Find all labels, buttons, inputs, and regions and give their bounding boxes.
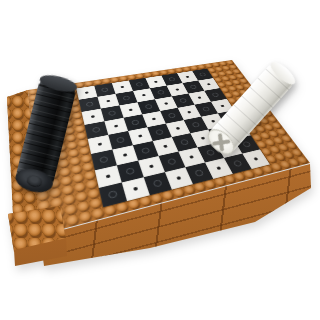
stud-dot-marker bbox=[207, 83, 211, 85]
black-roll-top-cap bbox=[38, 72, 78, 95]
stud-ring-marker bbox=[199, 72, 207, 76]
white-roll-top-cap bbox=[267, 58, 298, 88]
stud-dot-marker bbox=[154, 81, 158, 83]
stud-dot-marker bbox=[216, 166, 221, 170]
stud-ring-marker bbox=[167, 158, 177, 165]
stud-dot-marker bbox=[201, 137, 206, 140]
stud-ring-marker bbox=[136, 82, 144, 87]
photo-of-brick-chessboard bbox=[0, 0, 320, 320]
stud-ring-marker bbox=[180, 139, 189, 146]
stud-dot-marker bbox=[176, 127, 180, 130]
stud-ring-marker bbox=[191, 122, 200, 128]
stud-dot-marker bbox=[187, 111, 191, 114]
stud-dot-marker bbox=[149, 164, 154, 168]
stud-ring-marker bbox=[157, 90, 165, 95]
stud-ring-marker bbox=[99, 156, 108, 164]
stud-ring-marker bbox=[206, 149, 216, 156]
stud-ring-marker bbox=[131, 119, 140, 125]
stud-dot-marker bbox=[142, 94, 146, 97]
stud-ring-marker bbox=[101, 87, 109, 92]
stud-dot-marker bbox=[176, 176, 181, 180]
stud-dot-marker bbox=[220, 105, 224, 108]
stud-ring-marker bbox=[168, 77, 176, 82]
stud-ring-marker bbox=[141, 147, 150, 154]
stud-dot-marker bbox=[164, 102, 168, 105]
stud-dot-marker bbox=[163, 145, 168, 148]
stud-ring-marker bbox=[242, 141, 252, 148]
stud-ring-marker bbox=[211, 92, 219, 97]
stud-dot-marker bbox=[211, 120, 215, 123]
stud-ring-marker bbox=[145, 104, 153, 109]
stud-dot-marker bbox=[197, 96, 201, 99]
stud-ring-marker bbox=[202, 106, 211, 111]
stud-ring-marker bbox=[122, 95, 130, 100]
stud-ring-marker bbox=[189, 85, 197, 90]
stud-ring-marker bbox=[86, 101, 94, 107]
stud-dot-marker bbox=[186, 76, 190, 78]
stud-ring-marker bbox=[168, 113, 177, 119]
stud-dot-marker bbox=[120, 86, 124, 88]
stud-dot-marker bbox=[129, 108, 133, 111]
stud-ring-marker bbox=[116, 137, 125, 144]
stud-ring-marker bbox=[233, 160, 243, 167]
stud-ring-marker bbox=[92, 127, 101, 133]
stud-dot-marker bbox=[91, 115, 95, 118]
stud-dot-marker bbox=[98, 142, 102, 145]
stud-dot-marker bbox=[106, 100, 110, 103]
stud-dot-marker bbox=[138, 134, 142, 137]
stud-dot-marker bbox=[106, 174, 111, 178]
stud-ring-marker bbox=[108, 110, 116, 116]
stud-ring-marker bbox=[125, 167, 135, 175]
black-roll-hub bbox=[26, 174, 43, 187]
stud-ring-marker bbox=[194, 169, 204, 177]
stud-ring-marker bbox=[153, 179, 163, 187]
stud-ring-marker bbox=[179, 98, 187, 103]
stud-dot-marker bbox=[114, 125, 118, 128]
stud-dot-marker bbox=[123, 153, 128, 157]
stud-dot-marker bbox=[133, 187, 138, 191]
brick-board-set bbox=[0, 0, 320, 320]
stud-ring-marker bbox=[155, 129, 164, 135]
stud-dot-marker bbox=[85, 91, 89, 94]
stud-dot-marker bbox=[253, 157, 258, 161]
axle-cross-icon bbox=[212, 139, 230, 145]
stud-dot-marker bbox=[189, 155, 194, 159]
stud-ring-marker bbox=[108, 190, 118, 199]
stud-dot-marker bbox=[175, 88, 179, 90]
stud-dot-marker bbox=[152, 117, 156, 120]
